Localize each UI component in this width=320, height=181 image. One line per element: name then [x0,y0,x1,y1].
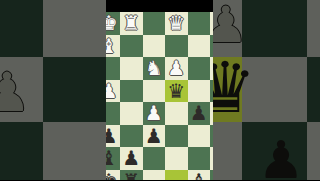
white-pawn-g4[interactable]: ♟ [106,80,120,103]
black-king-g8[interactable]: ♚ [106,170,120,181]
black-pawn-c5[interactable]: ♟ [188,102,211,125]
square-b1[interactable] [210,12,213,35]
square-d5[interactable] [165,102,188,125]
square-f2[interactable] [120,35,143,58]
chess-video-strip: ♚♜♛♝♞♟♟♛♟♟♟♟♝♟♚♜♝ [106,0,213,180]
white-pawn-d3[interactable]: ♟ [165,57,188,80]
video-frame: ♟ ♟♛♟ ♚♜♛♝♞♟♟♛♟♟♟♟♝♟♚♜♝ [0,0,320,180]
square-b6[interactable] [210,125,213,148]
backdrop-square-2 [307,0,320,57]
backdrop-white-pawn: ♟ [213,0,248,50]
square-g3[interactable] [106,57,120,80]
square-d8[interactable] [165,170,188,181]
square-e1[interactable] [143,12,166,35]
backdrop-left-bar: ♟ [0,0,106,180]
white-knight-e3[interactable]: ♞ [143,57,166,80]
white-rook-f1[interactable]: ♜ [120,12,143,35]
white-pawn-e5[interactable]: ♟ [143,102,166,125]
square-c7[interactable] [188,147,211,170]
square-d2[interactable] [165,35,188,58]
square-f4[interactable] [120,80,143,103]
square-d6[interactable] [165,125,188,148]
square-b2[interactable] [210,35,213,58]
backdrop-square-5 [307,57,320,122]
square-f3[interactable] [120,57,143,80]
chess-board[interactable]: ♚♜♛♝♞♟♟♛♟♟♟♟♝♟♚♜♝ [106,12,213,180]
square-b3[interactable] [210,57,213,80]
chess-board-grid: ♚♜♛♝♞♟♟♛♟♟♟♟♝♟♚♜♝ [106,12,213,180]
black-pawn-g6[interactable]: ♟ [106,125,120,148]
backdrop-square-6 [213,122,242,180]
black-pawn-e6[interactable]: ♟ [143,125,166,148]
square-c2[interactable] [188,35,211,58]
square-e2[interactable] [143,35,166,58]
backdrop-right-bar: ♟♛♟ [213,0,320,180]
black-bishop-c8[interactable]: ♝ [188,170,211,181]
square-c4[interactable] [188,80,211,103]
backdrop-white-pawn: ♟ [0,66,31,120]
backdrop-square-8 [307,122,320,180]
square-b4[interactable] [210,80,213,103]
backdrop-black-pawn: ♟ [258,134,305,180]
backdrop-square-5 [43,122,106,180]
square-c1[interactable] [188,12,211,35]
square-f5[interactable] [120,102,143,125]
black-rook-f8[interactable]: ♜ [120,170,143,181]
white-bishop-g2[interactable]: ♝ [106,35,120,58]
square-g5[interactable] [106,102,120,125]
letterbox-top [106,0,213,12]
square-f6[interactable] [120,125,143,148]
white-king-g1[interactable]: ♚ [106,12,120,35]
black-queen-d4[interactable]: ♛ [165,80,188,103]
black-bishop-g7[interactable]: ♝ [106,147,120,170]
square-d7[interactable] [165,147,188,170]
square-c6[interactable] [188,125,211,148]
black-pawn-f7[interactable]: ♟ [120,147,143,170]
backdrop-square-3 [43,57,106,122]
square-b5[interactable] [210,102,213,125]
backdrop-square-0 [0,0,43,57]
backdrop-black-queen: ♛ [213,53,256,123]
square-e4[interactable] [143,80,166,103]
backdrop-square-1 [43,0,106,57]
square-b8[interactable] [210,170,213,181]
square-e7[interactable] [143,147,166,170]
white-queen-d1[interactable]: ♛ [165,12,188,35]
backdrop-square-4 [0,122,43,180]
square-c3[interactable] [188,57,211,80]
square-e8[interactable] [143,170,166,181]
square-b7[interactable] [210,147,213,170]
